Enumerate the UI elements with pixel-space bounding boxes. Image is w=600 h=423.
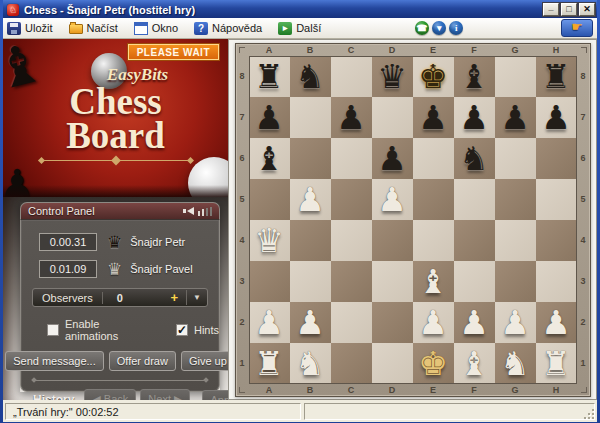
piece-white-knight[interactable]: ♞ xyxy=(290,343,331,384)
app-window: Chess - Šnajdr Petr (hostitel hry) _□✕ U… xyxy=(0,0,600,423)
file-label-a: A xyxy=(249,44,290,56)
rank-label-3: 3 xyxy=(577,261,590,302)
rank-label-5: 5 xyxy=(236,179,249,220)
square-h5[interactable] xyxy=(536,179,577,220)
square-h8[interactable]: ♜ xyxy=(536,56,577,97)
square-b8[interactable]: ♞ xyxy=(290,56,331,97)
observers-label[interactable]: Observers xyxy=(33,292,103,304)
piece-white-rook[interactable]: ♜ xyxy=(536,343,577,384)
save-icon xyxy=(7,22,21,35)
square-b5[interactable]: ♟ xyxy=(290,179,331,220)
square-a7[interactable]: ♟ xyxy=(249,97,290,138)
rank-label-6: 6 xyxy=(577,138,590,179)
square-c8[interactable] xyxy=(331,56,372,97)
file-label-c: C xyxy=(331,44,372,56)
checkbox-label: Hints xyxy=(194,324,219,336)
square-f4[interactable] xyxy=(454,220,495,261)
piece-white-bishop[interactable]: ♝ xyxy=(413,261,454,302)
call-icon[interactable]: ☎ xyxy=(415,21,429,35)
close-button[interactable]: ✕ xyxy=(579,3,595,16)
control-panel-title: Control Panel xyxy=(28,205,187,217)
square-h2[interactable]: ♟ xyxy=(536,302,577,343)
send-message-button[interactable]: Send message... xyxy=(5,351,104,371)
app-icon xyxy=(7,4,19,16)
board-corner xyxy=(577,384,590,396)
square-e3[interactable]: ♝ xyxy=(413,261,454,302)
square-a4[interactable]: ♛ xyxy=(249,220,290,261)
history-row: History ◀ BackNext ▶Apply xyxy=(33,389,209,400)
square-b4[interactable] xyxy=(290,220,331,261)
square-d4[interactable] xyxy=(372,220,413,261)
piece-white-knight[interactable]: ♞ xyxy=(495,343,536,384)
file-label-g: G xyxy=(495,44,536,56)
more-icon xyxy=(278,22,292,35)
nápověda-toolbar-button[interactable]: Nápověda xyxy=(194,22,262,35)
hints-checkbox[interactable] xyxy=(176,324,188,336)
file-label-d: D xyxy=(372,384,413,396)
square-c1[interactable] xyxy=(331,343,372,384)
rank-label-2: 2 xyxy=(236,302,249,343)
toolbar: UložitNačístOknoNápovědaDalší ☎▾i ☛ xyxy=(3,18,597,39)
piece-black-rook[interactable]: ♜ xyxy=(249,56,290,97)
square-a8[interactable]: ♜ xyxy=(249,56,290,97)
okno-toolbar-button[interactable]: Okno xyxy=(134,22,178,35)
player-row-black: 0.00.31♛Šnajdr Petr xyxy=(39,231,219,253)
square-b3[interactable] xyxy=(290,261,331,302)
status-bar: „Trvání hry:" 00:02:52 xyxy=(3,400,597,422)
piece-white-pawn[interactable]: ♟ xyxy=(249,302,290,343)
file-label-e: E xyxy=(413,44,454,56)
square-h6[interactable] xyxy=(536,138,577,179)
file-label-d: D xyxy=(372,44,413,56)
resize-grip[interactable] xyxy=(581,406,594,419)
square-e6[interactable] xyxy=(413,138,454,179)
square-g1[interactable]: ♞ xyxy=(495,343,536,384)
square-h7[interactable]: ♟ xyxy=(536,97,577,138)
piece-black-pawn[interactable]: ♟ xyxy=(331,97,372,138)
toolbar-button-label: Okno xyxy=(152,22,178,34)
maximize-button[interactable]: □ xyxy=(561,3,577,16)
square-h3[interactable] xyxy=(536,261,577,302)
file-label-f: F xyxy=(454,384,495,396)
dropdown-icon[interactable]: ▾ xyxy=(432,21,446,35)
piece-black-knight[interactable]: ♞ xyxy=(290,56,331,97)
game-duration-status: „Trvání hry:" 00:02:52 xyxy=(5,403,301,420)
square-f1[interactable]: ♝ xyxy=(454,343,495,384)
square-g6[interactable] xyxy=(495,138,536,179)
control-panel-body: 0.00.31♛Šnajdr Petr0.01.09♛Šnajdr Pavel … xyxy=(20,220,220,392)
načíst-toolbar-button[interactable]: Načíst xyxy=(69,22,118,34)
piece-black-pawn[interactable]: ♟ xyxy=(413,97,454,138)
square-e8[interactable]: ♚ xyxy=(413,56,454,97)
observers-dropdown-arrow[interactable]: ▼ xyxy=(187,293,207,302)
offer-draw-button[interactable]: Offer draw xyxy=(109,351,176,371)
player-name: Šnajdr Petr xyxy=(130,236,185,248)
square-e2[interactable]: ♟ xyxy=(413,302,454,343)
logo-line-2: Board xyxy=(3,119,228,153)
piece-white-pawn[interactable]: ♟ xyxy=(413,302,454,343)
square-f2[interactable]: ♟ xyxy=(454,302,495,343)
square-g8[interactable] xyxy=(495,56,536,97)
black-crown-icon: ♛ xyxy=(107,234,122,251)
square-b6[interactable] xyxy=(290,138,331,179)
uložit-toolbar-button[interactable]: Uložit xyxy=(7,22,53,35)
minimize-button[interactable]: _ xyxy=(543,3,559,16)
hand-button[interactable]: ☛ xyxy=(561,19,593,37)
toolbar-status-icons: ☎▾i xyxy=(415,21,463,35)
control-panel-header: Control Panel xyxy=(20,202,220,220)
piece-white-pawn[interactable]: ♟ xyxy=(454,302,495,343)
piece-black-queen[interactable]: ♛ xyxy=(372,56,413,97)
player-row-white: 0.01.09♛Šnajdr Pavel xyxy=(39,258,219,280)
give-up-button[interactable]: Give up xyxy=(181,351,228,371)
square-b2[interactable]: ♟ xyxy=(290,302,331,343)
piece-black-bishop[interactable]: ♝ xyxy=(454,56,495,97)
open-icon xyxy=(69,24,83,34)
piece-black-knight[interactable]: ♞ xyxy=(454,138,495,179)
enable-animations-checkbox[interactable] xyxy=(47,324,59,336)
piece-black-pawn[interactable]: ♟ xyxy=(454,97,495,138)
piece-white-pawn[interactable]: ♟ xyxy=(290,179,331,220)
file-label-a: A xyxy=(249,384,290,396)
info-icon[interactable]: i xyxy=(449,21,463,35)
apply-button[interactable]: Apply xyxy=(202,390,228,401)
toolbar-button-label: Načíst xyxy=(87,22,118,34)
please-wait-badge: PLEASE WAIT xyxy=(128,44,219,60)
square-f6[interactable]: ♞ xyxy=(454,138,495,179)
status-cell-empty xyxy=(304,403,595,420)
rank-label-5: 5 xyxy=(577,179,590,220)
square-a6[interactable]: ♝ xyxy=(249,138,290,179)
player-name: Šnajdr Pavel xyxy=(130,263,192,275)
logo-line-1: Chess xyxy=(3,85,228,119)
rank-label-4: 4 xyxy=(236,220,249,261)
volume-bars[interactable] xyxy=(198,207,212,216)
square-g7[interactable]: ♟ xyxy=(495,97,536,138)
square-b1[interactable]: ♞ xyxy=(290,343,331,384)
piece-black-pawn[interactable]: ♟ xyxy=(495,97,536,138)
rank-label-4: 4 xyxy=(577,220,590,261)
piece-black-pawn[interactable]: ♟ xyxy=(249,97,290,138)
square-c4[interactable] xyxy=(331,220,372,261)
square-e1[interactable]: ♚ xyxy=(413,343,454,384)
square-a1[interactable]: ♜ xyxy=(249,343,290,384)
square-d1[interactable] xyxy=(372,343,413,384)
piece-white-rook[interactable]: ♜ xyxy=(249,343,290,384)
back-button[interactable]: ◀ Back xyxy=(84,389,136,400)
square-d3[interactable] xyxy=(372,261,413,302)
piece-white-pawn[interactable]: ♟ xyxy=(536,302,577,343)
square-d2[interactable] xyxy=(372,302,413,343)
square-f7[interactable]: ♟ xyxy=(454,97,495,138)
file-label-h: H xyxy=(536,384,577,396)
toolbar-button-label: Další xyxy=(296,22,321,34)
divider xyxy=(33,380,207,381)
square-e5[interactable] xyxy=(413,179,454,220)
piece-black-bishop[interactable]: ♝ xyxy=(249,138,290,179)
file-label-b: B xyxy=(290,384,331,396)
square-c6[interactable] xyxy=(331,138,372,179)
square-g4[interactable] xyxy=(495,220,536,261)
control-panel: Control Panel 0.00.31♛Šnajdr Petr0.01.09… xyxy=(20,202,220,392)
piece-black-rook[interactable]: ♜ xyxy=(536,56,577,97)
square-c7[interactable]: ♟ xyxy=(331,97,372,138)
rank-label-3: 3 xyxy=(236,261,249,302)
square-a5[interactable] xyxy=(249,179,290,220)
square-b7[interactable] xyxy=(290,97,331,138)
clock-black: 0.00.31 xyxy=(39,233,97,251)
square-g3[interactable] xyxy=(495,261,536,302)
piece-white-pawn[interactable]: ♟ xyxy=(495,302,536,343)
black-pawn-art-icon: ♟ xyxy=(3,161,35,197)
clock-white: 0.01.09 xyxy=(39,260,97,278)
square-a3[interactable] xyxy=(249,261,290,302)
rank-label-8: 8 xyxy=(577,56,590,97)
toolbar-button-label: Nápověda xyxy=(212,22,262,34)
toolbar-button-label: Uložit xyxy=(25,22,53,34)
piece-white-king[interactable]: ♚ xyxy=(413,343,454,384)
rank-label-7: 7 xyxy=(236,97,249,138)
board-corner xyxy=(577,44,590,56)
square-f5[interactable] xyxy=(454,179,495,220)
board-corner xyxy=(236,384,249,396)
square-d6[interactable]: ♟ xyxy=(372,138,413,179)
title-bar: Chess - Šnajdr Petr (hostitel hry) _□✕ xyxy=(3,0,597,18)
white-crown-icon: ♛ xyxy=(107,261,122,278)
flourish-ornament xyxy=(41,160,191,161)
file-label-c: C xyxy=(331,384,372,396)
left-panel: ♝ ♟ PLEASE WAIT EasyBits Chess Board Con… xyxy=(3,39,228,400)
rank-label-8: 8 xyxy=(236,56,249,97)
square-e7[interactable]: ♟ xyxy=(413,97,454,138)
piece-black-pawn[interactable]: ♟ xyxy=(372,138,413,179)
board-frame: ABCDEFGH8♜♞♛♚♝♜87♟♟♟♟♟♟76♝♟♞65♟♟54♛43♝32… xyxy=(235,43,591,397)
speaker-icon[interactable] xyxy=(187,207,194,215)
square-h4[interactable] xyxy=(536,220,577,261)
file-label-f: F xyxy=(454,44,495,56)
help-icon xyxy=(194,22,208,35)
piece-white-pawn[interactable]: ♟ xyxy=(372,179,413,220)
rank-label-6: 6 xyxy=(236,138,249,179)
file-label-g: G xyxy=(495,384,536,396)
window-controls: _□✕ xyxy=(543,3,595,16)
file-label-b: B xyxy=(290,44,331,56)
file-label-h: H xyxy=(536,44,577,56)
rank-label-7: 7 xyxy=(577,97,590,138)
piece-white-queen[interactable]: ♛ xyxy=(249,220,290,261)
square-c5[interactable] xyxy=(331,179,372,220)
next-button[interactable]: Next ▶ xyxy=(140,389,190,400)
checkbox-label: Enable animations xyxy=(65,318,149,342)
další-toolbar-button[interactable]: Další xyxy=(278,22,321,35)
observers-bar: Observers 0 + ▼ xyxy=(32,288,208,307)
square-g5[interactable] xyxy=(495,179,536,220)
square-c3[interactable] xyxy=(331,261,372,302)
square-g2[interactable]: ♟ xyxy=(495,302,536,343)
square-e4[interactable] xyxy=(413,220,454,261)
window-icon xyxy=(134,22,148,35)
add-observer-button[interactable]: + xyxy=(162,290,187,305)
rank-label-1: 1 xyxy=(577,343,590,384)
piece-white-pawn[interactable]: ♟ xyxy=(290,302,331,343)
history-label: History xyxy=(33,393,74,401)
observers-count: 0 xyxy=(103,292,137,304)
white-sphere-icon xyxy=(188,157,228,197)
piece-black-king[interactable]: ♚ xyxy=(413,56,454,97)
piece-black-pawn[interactable]: ♟ xyxy=(536,97,577,138)
board-corner xyxy=(236,44,249,56)
rank-label-1: 1 xyxy=(236,343,249,384)
square-a2[interactable]: ♟ xyxy=(249,302,290,343)
board-pane: ABCDEFGH8♜♞♛♚♝♜87♟♟♟♟♟♟76♝♟♞65♟♟54♛43♝32… xyxy=(228,39,597,400)
window-title: Chess - Šnajdr Petr (hostitel hry) xyxy=(24,4,543,16)
square-f8[interactable]: ♝ xyxy=(454,56,495,97)
square-d5[interactable]: ♟ xyxy=(372,179,413,220)
square-f3[interactable] xyxy=(454,261,495,302)
piece-white-bishop[interactable]: ♝ xyxy=(454,343,495,384)
square-h1[interactable]: ♜ xyxy=(536,343,577,384)
file-label-e: E xyxy=(413,384,454,396)
chess-board: ABCDEFGH8♜♞♛♚♝♜87♟♟♟♟♟♟76♝♟♞65♟♟54♛43♝32… xyxy=(236,44,590,396)
square-d8[interactable]: ♛ xyxy=(372,56,413,97)
square-d7[interactable] xyxy=(372,97,413,138)
rank-label-2: 2 xyxy=(577,302,590,343)
logo-artwork: ♝ ♟ PLEASE WAIT EasyBits Chess Board xyxy=(3,39,228,197)
square-c2[interactable] xyxy=(331,302,372,343)
